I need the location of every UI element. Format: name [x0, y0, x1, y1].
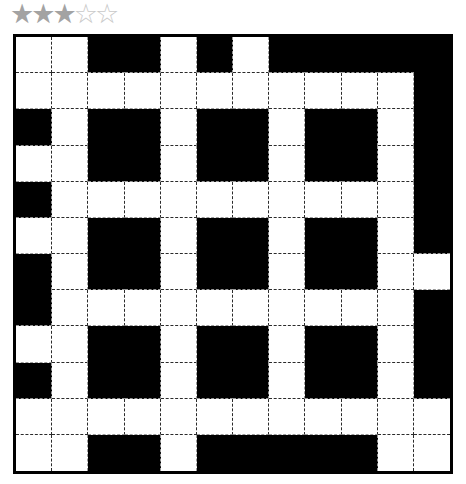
cell-r1c5-entry[interactable]: [197, 73, 233, 109]
cell-r2c6-blocked: [233, 109, 269, 145]
cell-r1c9-entry[interactable]: [342, 73, 378, 109]
cell-r0c9-blocked: [342, 37, 378, 73]
cell-r8c2-blocked: [88, 326, 124, 362]
cell-r5c2-blocked: [88, 218, 124, 254]
cell-r3c9-blocked: [342, 146, 378, 182]
cell-r7c6-entry[interactable]: [233, 290, 269, 326]
cell-r8c7-entry[interactable]: [269, 326, 305, 362]
cell-r0c4-entry[interactable]: [161, 37, 197, 73]
cell-r2c5-blocked: [197, 109, 233, 145]
cell-r4c9-entry[interactable]: [342, 182, 378, 218]
cell-r0c10-blocked: [378, 37, 414, 73]
cell-r11c4-entry[interactable]: [161, 435, 197, 471]
cell-r5c7-entry[interactable]: [269, 218, 305, 254]
cell-r6c11-entry[interactable]: [414, 254, 450, 290]
cell-r11c2-blocked: [88, 435, 124, 471]
cell-r7c8-entry[interactable]: [305, 290, 341, 326]
cell-r7c10-entry[interactable]: [378, 290, 414, 326]
cell-r6c0-blocked: [16, 254, 52, 290]
cell-r10c8-entry[interactable]: [305, 399, 341, 435]
cell-r3c4-entry[interactable]: [161, 146, 197, 182]
cell-r9c3-blocked: [125, 363, 161, 399]
cell-r1c6-entry[interactable]: [233, 73, 269, 109]
cell-r11c5-blocked: [197, 435, 233, 471]
cell-r1c4-entry[interactable]: [161, 73, 197, 109]
cell-r8c6-blocked: [233, 326, 269, 362]
cell-r1c1-entry[interactable]: [52, 73, 88, 109]
cell-r1c7-entry[interactable]: [269, 73, 305, 109]
cell-r3c5-blocked: [197, 146, 233, 182]
cell-r2c0-blocked: [16, 109, 52, 145]
cell-r1c8-entry[interactable]: [305, 73, 341, 109]
cell-r10c10-entry[interactable]: [378, 399, 414, 435]
cell-r7c2-entry[interactable]: [88, 290, 124, 326]
puzzle-page: ★★★☆☆: [0, 0, 466, 484]
cell-r0c2-blocked: [88, 37, 124, 73]
cell-r5c3-blocked: [125, 218, 161, 254]
cell-r9c1-entry[interactable]: [52, 363, 88, 399]
cell-r6c7-entry[interactable]: [269, 254, 305, 290]
cell-r4c1-entry[interactable]: [52, 182, 88, 218]
cell-r6c2-blocked: [88, 254, 124, 290]
cell-r2c3-blocked: [125, 109, 161, 145]
cell-r6c6-blocked: [233, 254, 269, 290]
cell-r1c2-entry[interactable]: [88, 73, 124, 109]
cell-r6c10-entry[interactable]: [378, 254, 414, 290]
cell-r0c6-entry[interactable]: [233, 37, 269, 73]
cell-r9c8-blocked: [305, 363, 341, 399]
cell-r7c7-entry[interactable]: [269, 290, 305, 326]
cell-r10c3-entry[interactable]: [125, 399, 161, 435]
cell-r7c4-entry[interactable]: [161, 290, 197, 326]
difficulty-rating: ★★★☆☆: [10, 0, 116, 31]
cell-r8c4-entry[interactable]: [161, 326, 197, 362]
cell-r11c6-blocked: [233, 435, 269, 471]
cell-r11c11-entry[interactable]: [414, 435, 450, 471]
cell-r5c8-blocked: [305, 218, 341, 254]
cell-r8c0-entry[interactable]: [16, 326, 52, 362]
cell-r3c0-entry[interactable]: [16, 146, 52, 182]
cell-r9c2-blocked: [88, 363, 124, 399]
cell-r8c11-blocked: [414, 326, 450, 362]
cell-r11c8-blocked: [305, 435, 341, 471]
cell-r2c11-blocked: [414, 109, 450, 145]
cell-r8c9-blocked: [342, 326, 378, 362]
cell-r7c3-entry[interactable]: [125, 290, 161, 326]
cell-r10c6-entry[interactable]: [233, 399, 269, 435]
cell-r10c1-entry[interactable]: [52, 399, 88, 435]
cell-r2c4-entry[interactable]: [161, 109, 197, 145]
cell-r3c8-blocked: [305, 146, 341, 182]
cell-r5c1-entry[interactable]: [52, 218, 88, 254]
cell-r5c0-entry[interactable]: [16, 218, 52, 254]
cell-r8c10-entry[interactable]: [378, 326, 414, 362]
cell-r10c7-entry[interactable]: [269, 399, 305, 435]
cell-r9c9-blocked: [342, 363, 378, 399]
cell-r9c7-entry[interactable]: [269, 363, 305, 399]
cell-r2c10-entry[interactable]: [378, 109, 414, 145]
cell-r5c6-blocked: [233, 218, 269, 254]
cell-r5c10-entry[interactable]: [378, 218, 414, 254]
cell-r11c7-blocked: [269, 435, 305, 471]
cell-r2c7-entry[interactable]: [269, 109, 305, 145]
cell-r1c0-entry[interactable]: [16, 73, 52, 109]
cell-r7c1-entry[interactable]: [52, 290, 88, 326]
cell-r4c6-entry[interactable]: [233, 182, 269, 218]
cell-r5c11-blocked: [414, 218, 450, 254]
cell-r9c5-blocked: [197, 363, 233, 399]
cell-r10c5-entry[interactable]: [197, 399, 233, 435]
cell-r2c8-blocked: [305, 109, 341, 145]
cell-r11c10-entry[interactable]: [378, 435, 414, 471]
cell-r8c3-blocked: [125, 326, 161, 362]
cell-r5c4-entry[interactable]: [161, 218, 197, 254]
cell-r4c2-entry[interactable]: [88, 182, 124, 218]
cell-r1c10-entry[interactable]: [378, 73, 414, 109]
cell-r6c1-entry[interactable]: [52, 254, 88, 290]
cell-r2c1-entry[interactable]: [52, 109, 88, 145]
cell-r3c3-blocked: [125, 146, 161, 182]
cell-r5c5-blocked: [197, 218, 233, 254]
cell-r6c8-blocked: [305, 254, 341, 290]
cell-r0c3-blocked: [125, 37, 161, 73]
star-filled-icon: ★: [52, 0, 73, 31]
cell-r7c11-blocked: [414, 290, 450, 326]
cell-r3c2-blocked: [88, 146, 124, 182]
puzzle-board: [13, 34, 453, 474]
cell-r2c9-blocked: [342, 109, 378, 145]
cell-r0c1-entry[interactable]: [52, 37, 88, 73]
cell-r3c6-blocked: [233, 146, 269, 182]
cell-r4c0-blocked: [16, 182, 52, 218]
cell-r9c0-blocked: [16, 363, 52, 399]
cell-r10c9-entry[interactable]: [342, 399, 378, 435]
star-empty-icon: ☆: [74, 0, 95, 31]
cell-r9c11-blocked: [414, 363, 450, 399]
cell-r10c4-entry[interactable]: [161, 399, 197, 435]
cell-r0c0-entry[interactable]: [16, 37, 52, 73]
cell-r4c11-blocked: [414, 182, 450, 218]
cell-r6c3-blocked: [125, 254, 161, 290]
star-empty-icon: ☆: [95, 0, 116, 31]
cell-r7c9-entry[interactable]: [342, 290, 378, 326]
cell-r4c5-entry[interactable]: [197, 182, 233, 218]
cell-r4c8-entry[interactable]: [305, 182, 341, 218]
cell-r4c3-entry[interactable]: [125, 182, 161, 218]
star-filled-icon: ★: [10, 0, 31, 31]
cell-r9c6-blocked: [233, 363, 269, 399]
cell-r11c9-blocked: [342, 435, 378, 471]
cell-r6c9-blocked: [342, 254, 378, 290]
cell-r3c11-blocked: [414, 146, 450, 182]
cell-r6c4-entry[interactable]: [161, 254, 197, 290]
cell-r8c5-blocked: [197, 326, 233, 362]
cell-r3c10-entry[interactable]: [378, 146, 414, 182]
cell-r11c0-entry[interactable]: [16, 435, 52, 471]
cell-r8c8-blocked: [305, 326, 341, 362]
cell-r7c0-blocked: [16, 290, 52, 326]
cell-r11c3-blocked: [125, 435, 161, 471]
cell-r7c5-entry[interactable]: [197, 290, 233, 326]
cell-r2c2-blocked: [88, 109, 124, 145]
cell-r1c3-entry[interactable]: [125, 73, 161, 109]
cell-r0c5-blocked: [197, 37, 233, 73]
cell-r4c7-entry[interactable]: [269, 182, 305, 218]
cell-r9c10-entry[interactable]: [378, 363, 414, 399]
cell-r4c4-entry[interactable]: [161, 182, 197, 218]
cell-r0c11-blocked: [414, 37, 450, 73]
cell-r0c8-blocked: [305, 37, 341, 73]
star-filled-icon: ★: [31, 0, 52, 31]
cell-r6c5-blocked: [197, 254, 233, 290]
cell-r0c7-blocked: [269, 37, 305, 73]
cell-r9c4-entry[interactable]: [161, 363, 197, 399]
cell-r8c1-entry[interactable]: [52, 326, 88, 362]
cell-r4c10-entry[interactable]: [378, 182, 414, 218]
cell-r3c1-entry[interactable]: [52, 146, 88, 182]
cell-r10c2-entry[interactable]: [88, 399, 124, 435]
cell-r10c11-entry[interactable]: [414, 399, 450, 435]
cell-r11c1-entry[interactable]: [52, 435, 88, 471]
cell-r10c0-entry[interactable]: [16, 399, 52, 435]
cell-r1c11-blocked: [414, 73, 450, 109]
cell-r3c7-entry[interactable]: [269, 146, 305, 182]
cell-r5c9-blocked: [342, 218, 378, 254]
